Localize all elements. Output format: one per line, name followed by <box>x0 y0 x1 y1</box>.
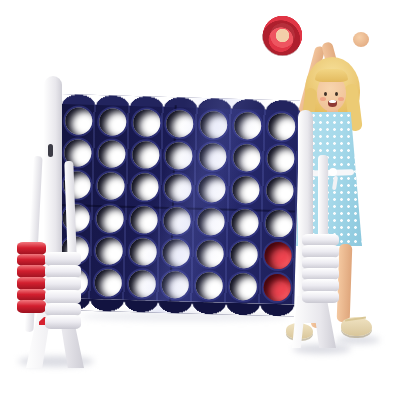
empty-slot <box>165 174 193 202</box>
girl-cheek-right <box>338 97 344 101</box>
board-cell-a1[interactable] <box>62 104 97 137</box>
stored-white-disc[interactable] <box>45 252 81 266</box>
board-cell-d3[interactable] <box>161 171 196 204</box>
empty-slot <box>99 108 127 136</box>
board-cell-b4[interactable] <box>93 202 128 235</box>
empty-slot <box>198 175 226 203</box>
connect-four-board <box>56 94 300 317</box>
board-cell-f6[interactable] <box>226 270 261 303</box>
empty-slot <box>267 145 295 173</box>
empty-slot <box>265 209 293 237</box>
empty-slot <box>97 172 125 200</box>
empty-slot <box>166 110 194 138</box>
board-cell-g3[interactable] <box>262 174 297 207</box>
empty-slot <box>162 271 190 299</box>
stored-red-disc[interactable] <box>17 300 46 313</box>
empty-slot <box>132 141 160 169</box>
empty-slot <box>98 140 126 168</box>
board-cell-f3[interactable] <box>229 173 264 206</box>
board-cell-f1[interactable] <box>230 109 265 142</box>
girl-cheek-left <box>320 97 326 101</box>
board-cell-e3[interactable] <box>195 172 230 205</box>
board-cell-d5[interactable] <box>159 236 194 269</box>
stored-white-disc[interactable] <box>45 277 81 291</box>
empty-slot <box>231 208 259 236</box>
stored-red-disc[interactable] <box>17 242 46 255</box>
empty-slot <box>96 205 124 233</box>
leg-vent-slot <box>48 144 53 157</box>
board-cell-c1[interactable] <box>129 106 164 139</box>
stored-white-disc[interactable] <box>45 315 81 329</box>
board-cell-f4[interactable] <box>228 206 263 239</box>
girl-right-hand <box>353 32 369 47</box>
empty-slot <box>196 240 224 268</box>
empty-slot <box>232 176 260 204</box>
empty-slot <box>266 177 294 205</box>
board-cell-c3[interactable] <box>127 171 162 204</box>
empty-slot <box>128 270 156 298</box>
board-cell-e4[interactable] <box>194 205 229 238</box>
board-cell-e6[interactable] <box>192 269 227 302</box>
girl-eye-left <box>324 92 327 96</box>
stored-white-disc[interactable] <box>302 279 339 291</box>
board-cell-a4[interactable] <box>59 201 94 234</box>
board-cell-d6[interactable] <box>158 268 193 301</box>
red-disc[interactable] <box>264 242 292 270</box>
empty-slot <box>95 237 123 265</box>
empty-slot <box>234 111 262 139</box>
board-cell-c6[interactable] <box>125 267 160 300</box>
board-cell-b3[interactable] <box>94 170 129 203</box>
right-stand-foot <box>292 296 336 348</box>
white-disc-stack-left <box>45 253 81 329</box>
right-disc-storage-post <box>318 155 328 245</box>
empty-slot <box>65 107 93 135</box>
board-cell-b1[interactable] <box>96 105 131 138</box>
girl-bangs <box>315 69 348 82</box>
stored-red-disc[interactable] <box>17 277 46 290</box>
stored-white-disc[interactable] <box>302 291 339 303</box>
board-cell-g6[interactable] <box>260 271 295 304</box>
empty-slot <box>94 269 122 297</box>
board-cell-d2[interactable] <box>162 139 197 172</box>
empty-slot <box>130 206 158 234</box>
board-cell-f5[interactable] <box>227 238 262 271</box>
empty-slot <box>200 111 228 139</box>
empty-slot <box>233 144 261 172</box>
red-ring-disc[interactable] <box>262 15 303 56</box>
empty-slot <box>199 143 227 171</box>
empty-slot <box>133 109 161 137</box>
board-cell-g4[interactable] <box>261 207 296 240</box>
board-cell-d4[interactable] <box>160 204 195 237</box>
board-cell-f2[interactable] <box>229 141 264 174</box>
stored-white-disc[interactable] <box>45 290 81 304</box>
empty-slot <box>230 241 258 269</box>
white-disc-stack-right <box>302 235 339 303</box>
board-cell-g2[interactable] <box>263 142 298 175</box>
girl-smiling-mouth <box>328 100 337 107</box>
board-cell-c2[interactable] <box>128 138 163 171</box>
empty-slot <box>163 239 191 267</box>
stored-white-disc[interactable] <box>45 303 81 317</box>
board-grid <box>57 104 298 305</box>
girl-teeth <box>329 100 336 103</box>
dress-ribbon-knot <box>329 168 337 176</box>
board-cell-g5[interactable] <box>260 239 295 272</box>
board-cell-g1[interactable] <box>264 110 299 143</box>
empty-slot <box>197 208 225 236</box>
girl-eye-right <box>335 92 338 96</box>
board-cell-b5[interactable] <box>92 234 127 267</box>
red-disc[interactable] <box>263 274 291 302</box>
empty-slot <box>267 112 295 140</box>
board-cell-c4[interactable] <box>127 203 162 236</box>
product-photo-scene <box>0 0 400 400</box>
board-cell-e2[interactable] <box>196 140 231 173</box>
board-cell-e5[interactable] <box>193 237 228 270</box>
board-cell-b6[interactable] <box>91 267 126 300</box>
stored-white-disc[interactable] <box>45 265 81 279</box>
empty-slot <box>131 173 159 201</box>
empty-slot <box>129 238 157 266</box>
empty-slot <box>196 272 224 300</box>
red-disc-stack <box>17 243 46 313</box>
empty-slot <box>229 273 257 301</box>
board-cell-e1[interactable] <box>197 108 232 141</box>
empty-slot <box>164 207 192 235</box>
stored-white-disc[interactable] <box>302 245 339 257</box>
girl-shadow <box>336 336 380 344</box>
board-cell-d1[interactable] <box>163 107 198 140</box>
board-cell-b2[interactable] <box>95 137 130 170</box>
board-cell-c5[interactable] <box>126 235 161 268</box>
girl-right-leg <box>337 244 353 322</box>
empty-slot <box>165 142 193 170</box>
